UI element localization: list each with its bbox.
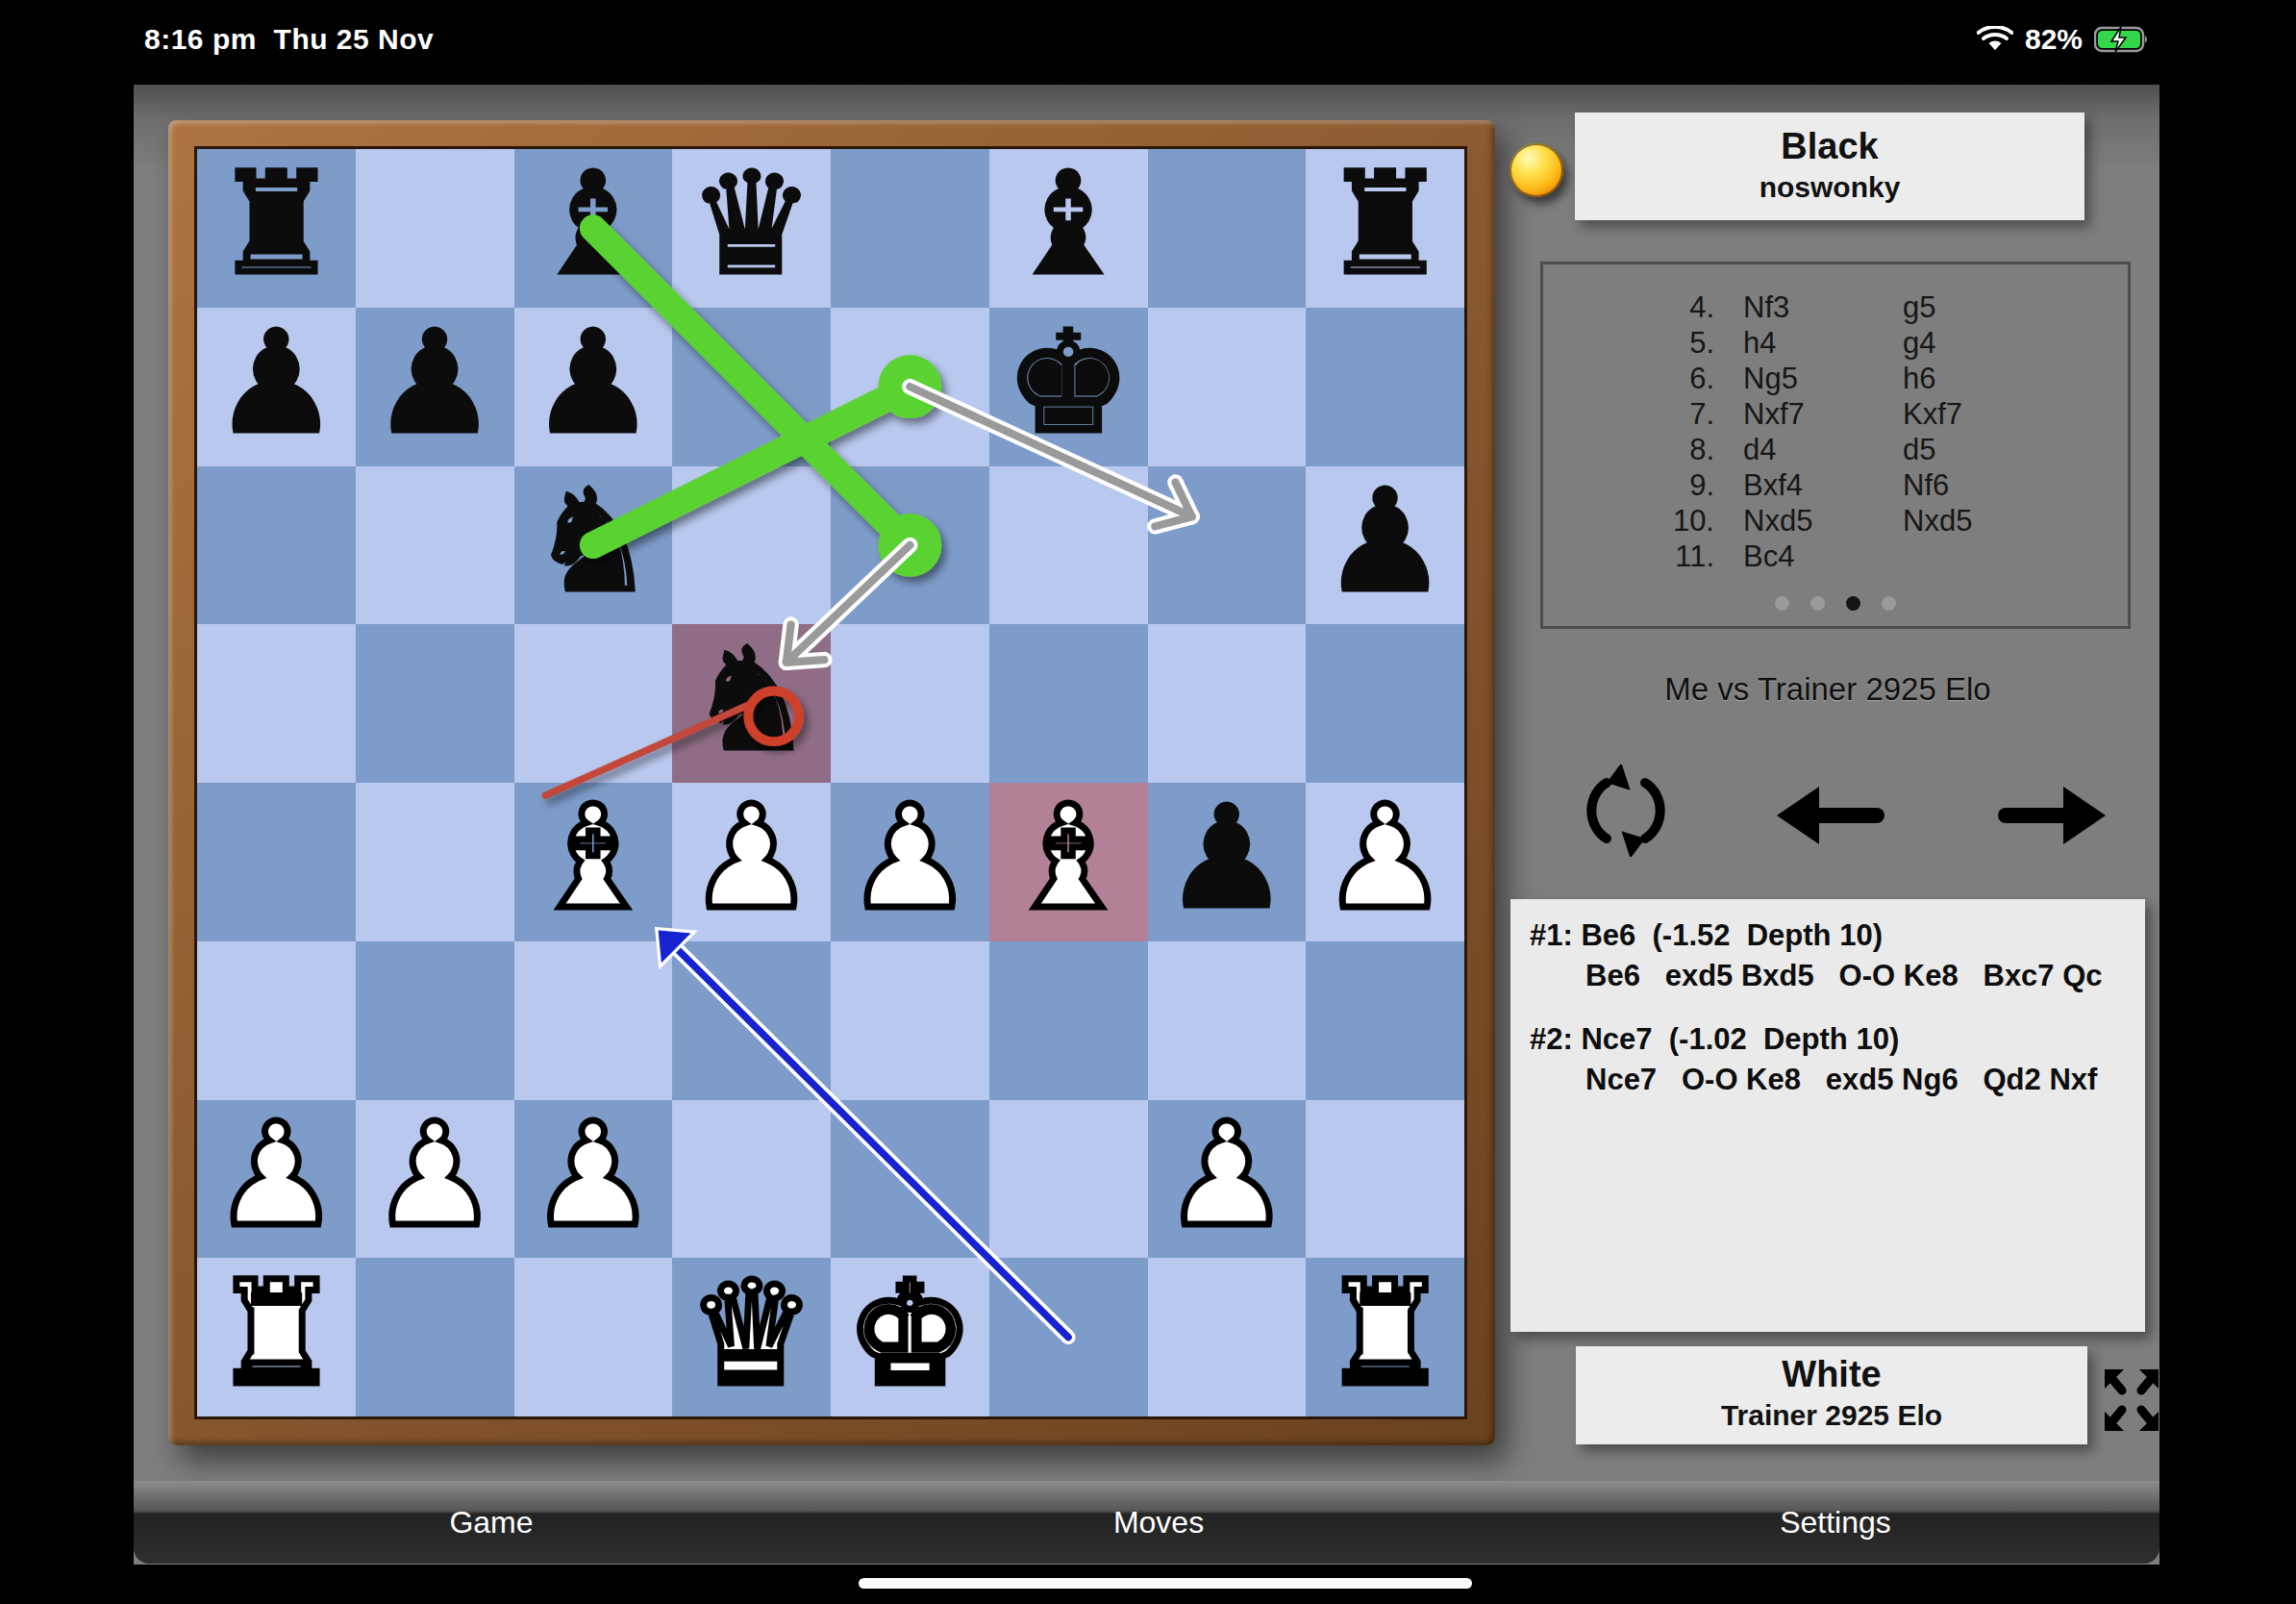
square-f4[interactable]: ♝ xyxy=(989,783,1148,941)
piece-black-n-d5[interactable]: ♞ xyxy=(687,629,815,771)
black-player-title: Black xyxy=(1575,126,2084,167)
piece-black-k-f7[interactable]: ♚ xyxy=(1005,312,1133,454)
square-b8[interactable] xyxy=(356,149,514,308)
move-cell[interactable]: 4. xyxy=(1543,289,1714,325)
square-g4[interactable]: ♟ xyxy=(1148,783,1307,941)
analysis-line-1-pv: Be6 exd5 Bxd5 O-O Ke8 Bxc7 Qc xyxy=(1585,959,2145,993)
move-cell[interactable]: Nf3 xyxy=(1714,289,1903,325)
square-e2[interactable] xyxy=(831,1100,989,1259)
square-g6[interactable] xyxy=(1148,466,1307,625)
move-cell[interactable]: h6 xyxy=(1903,361,2128,396)
move-cell[interactable]: 8. xyxy=(1543,432,1714,467)
piece-white-b-f4[interactable]: ♝ xyxy=(1005,787,1133,929)
analysis-line-1-eval: #1: Be6 (-1.52 Depth 10) xyxy=(1530,918,2145,953)
square-h1[interactable]: ♜ xyxy=(1306,1258,1464,1416)
move-list-rows: 4.Nf3g55.h4g46.Ng5h67.Nxf7Kxf78.d4d59.Bx… xyxy=(1543,289,2128,574)
move-cell[interactable]: Nxd5 xyxy=(1903,503,2128,539)
white-player-name: Trainer 2925 Elo xyxy=(1576,1399,2087,1432)
square-d5[interactable]: ♞ xyxy=(672,624,831,783)
white-player-title: White xyxy=(1576,1354,2087,1395)
piece-black-n-c6[interactable]: ♞ xyxy=(530,470,658,613)
piece-white-p-d4[interactable]: ♟ xyxy=(687,787,815,929)
piece-black-b-f8[interactable]: ♝ xyxy=(1005,153,1133,295)
piece-white-p-a2[interactable]: ♟ xyxy=(212,1104,340,1246)
piece-black-p-a7[interactable]: ♟ xyxy=(212,312,340,454)
move-cell[interactable]: d4 xyxy=(1714,432,1903,467)
move-cell[interactable]: Nxf7 xyxy=(1714,396,1903,432)
status-date: Thu 25 Nov xyxy=(274,23,435,55)
square-h3[interactable] xyxy=(1306,941,1464,1100)
square-e4[interactable]: ♟ xyxy=(831,783,989,941)
move-cell[interactable]: 6. xyxy=(1543,361,1714,396)
move-cell[interactable]: Kxf7 xyxy=(1903,396,2128,432)
page-dot-1[interactable] xyxy=(1775,596,1789,611)
square-b6[interactable] xyxy=(356,466,514,625)
game-label: Me vs Trainer 2925 Elo xyxy=(1510,671,2145,708)
piece-black-p-g4[interactable]: ♟ xyxy=(1163,787,1291,929)
analysis-line-2-pv: Nce7 O-O Ke8 exd5 Ng6 Qd2 Nxf xyxy=(1585,1063,2145,1097)
square-a3[interactable] xyxy=(197,941,356,1100)
move-cell[interactable]: Bc4 xyxy=(1714,539,1903,574)
turn-indicator-ball xyxy=(1510,143,1563,197)
battery-charging-icon xyxy=(2094,25,2152,54)
square-h2[interactable] xyxy=(1306,1100,1464,1259)
analysis-line-1: #1: Be6 (-1.52 Depth 10) Be6 exd5 Bxd5 O… xyxy=(1530,918,2145,993)
square-h8[interactable]: ♜ xyxy=(1306,149,1464,308)
move-cell[interactable] xyxy=(1903,539,2128,574)
toolbar-moves[interactable]: Moves xyxy=(1113,1505,1204,1541)
square-c5[interactable] xyxy=(514,624,673,783)
status-time: 8:16 pm xyxy=(144,23,257,55)
page-dots[interactable] xyxy=(1775,596,1896,611)
piece-white-r-a1[interactable]: ♜ xyxy=(212,1263,340,1405)
white-player-box: White Trainer 2925 Elo xyxy=(1576,1346,2087,1444)
clock-and-date: 8:16 pm Thu 25 Nov xyxy=(144,23,434,56)
square-g5[interactable] xyxy=(1148,624,1307,783)
move-cell[interactable]: g4 xyxy=(1903,325,2128,361)
square-a2[interactable]: ♟ xyxy=(197,1100,356,1259)
square-f6[interactable] xyxy=(989,466,1148,625)
battery-percent: 82% xyxy=(2025,23,2083,56)
piece-black-p-h6[interactable]: ♟ xyxy=(1321,470,1449,613)
piece-black-b-c8[interactable]: ♝ xyxy=(530,153,658,295)
move-cell[interactable]: 10. xyxy=(1543,503,1714,539)
page-dot-3[interactable] xyxy=(1846,596,1860,611)
move-cell[interactable]: Nxd5 xyxy=(1714,503,1903,539)
move-cell[interactable]: Bxf4 xyxy=(1714,467,1903,503)
square-a6[interactable] xyxy=(197,466,356,625)
analysis-line-2-eval: #2: Nce7 (-1.02 Depth 10) xyxy=(1530,1022,2145,1057)
status-bar: 8:16 pm Thu 25 Nov 82% xyxy=(0,0,2296,85)
bottom-toolbar: Game Moves Settings xyxy=(134,1481,2159,1564)
square-f1[interactable] xyxy=(989,1258,1148,1416)
square-b3[interactable] xyxy=(356,941,514,1100)
back-button[interactable] xyxy=(1775,781,1890,850)
piece-white-k-e1[interactable]: ♚ xyxy=(846,1263,974,1405)
board[interactable]: ♜♝♛♝♜♟♟♟♚♞♟♞♝♟♟♝♟♟♟♟♟♟♜♛♚♜ xyxy=(197,149,1464,1416)
piece-white-r-h1[interactable]: ♜ xyxy=(1321,1263,1449,1405)
piece-white-q-d1[interactable]: ♛ xyxy=(687,1263,815,1405)
move-cell[interactable]: g5 xyxy=(1903,289,2128,325)
square-d8[interactable]: ♛ xyxy=(672,149,831,308)
move-cell[interactable]: 9. xyxy=(1543,467,1714,503)
square-h7[interactable] xyxy=(1306,308,1464,466)
piece-black-p-c7[interactable]: ♟ xyxy=(530,312,658,454)
move-row: 4.Nf3g5 xyxy=(1543,289,2128,325)
piece-white-p-b2[interactable]: ♟ xyxy=(371,1104,499,1246)
black-player-box: Black noswonky xyxy=(1575,113,2084,220)
status-right-cluster: 82% xyxy=(1977,23,2152,56)
engine-analysis-box: #1: Be6 (-1.52 Depth 10) Be6 exd5 Bxd5 O… xyxy=(1510,899,2145,1332)
square-f7[interactable]: ♚ xyxy=(989,308,1148,466)
wifi-icon xyxy=(1977,26,2013,53)
square-g1[interactable] xyxy=(1148,1258,1307,1416)
move-cell[interactable]: 11. xyxy=(1543,539,1714,574)
move-cell[interactable]: 5. xyxy=(1543,325,1714,361)
page-dot-4[interactable] xyxy=(1882,596,1896,611)
move-list[interactable]: 4.Nf3g55.h4g46.Ng5h67.Nxf7Kxf78.d4d59.Bx… xyxy=(1540,262,2131,629)
square-g3[interactable] xyxy=(1148,941,1307,1100)
square-e1[interactable]: ♚ xyxy=(831,1258,989,1416)
black-player-name: noswonky xyxy=(1575,171,2084,204)
square-f2[interactable] xyxy=(989,1100,1148,1259)
move-cell[interactable]: d5 xyxy=(1903,432,2128,467)
piece-white-b-c4[interactable]: ♝ xyxy=(530,787,658,929)
square-h4[interactable]: ♟ xyxy=(1306,783,1464,941)
toolbar-settings[interactable]: Settings xyxy=(1780,1505,1891,1541)
move-row: 11.Bc4 xyxy=(1543,539,2128,574)
square-d7[interactable] xyxy=(672,308,831,466)
forward-button[interactable] xyxy=(1992,781,2108,850)
square-c4[interactable]: ♝ xyxy=(514,783,673,941)
move-cell[interactable]: h4 xyxy=(1714,325,1903,361)
square-h5[interactable] xyxy=(1306,624,1464,783)
piece-white-p-g2[interactable]: ♟ xyxy=(1163,1104,1291,1246)
square-d6[interactable] xyxy=(672,466,831,625)
square-c8[interactable]: ♝ xyxy=(514,149,673,308)
piece-black-r-h8[interactable]: ♜ xyxy=(1321,153,1449,295)
home-indicator[interactable] xyxy=(859,1578,1472,1589)
square-b4[interactable] xyxy=(356,783,514,941)
square-c2[interactable]: ♟ xyxy=(514,1100,673,1259)
square-d3[interactable] xyxy=(672,941,831,1100)
piece-white-p-e4[interactable]: ♟ xyxy=(846,787,974,929)
square-b5[interactable] xyxy=(356,624,514,783)
move-row: 6.Ng5h6 xyxy=(1543,361,2128,396)
square-e8[interactable] xyxy=(831,149,989,308)
square-a5[interactable] xyxy=(197,624,356,783)
analysis-line-2: #2: Nce7 (-1.02 Depth 10) Nce7 O-O Ke8 e… xyxy=(1530,1022,2145,1097)
move-row: 7.Nxf7Kxf7 xyxy=(1543,396,2128,432)
page-dot-2[interactable] xyxy=(1810,596,1825,611)
square-d1[interactable]: ♛ xyxy=(672,1258,831,1416)
move-row: 9.Bxf4Nf6 xyxy=(1543,467,2128,503)
square-h6[interactable]: ♟ xyxy=(1306,466,1464,625)
move-row: 8.d4d5 xyxy=(1543,432,2128,467)
square-g2[interactable]: ♟ xyxy=(1148,1100,1307,1259)
square-a7[interactable]: ♟ xyxy=(197,308,356,466)
flip-restart-button[interactable] xyxy=(1585,764,1667,857)
square-f3[interactable] xyxy=(989,941,1148,1100)
square-c7[interactable]: ♟ xyxy=(514,308,673,466)
move-cell[interactable]: Ng5 xyxy=(1714,361,1903,396)
square-c1[interactable] xyxy=(514,1258,673,1416)
square-f8[interactable]: ♝ xyxy=(989,149,1148,308)
move-row: 10.Nxd5Nxd5 xyxy=(1543,503,2128,539)
square-a8[interactable]: ♜ xyxy=(197,149,356,308)
move-cell[interactable]: Nf6 xyxy=(1903,467,2128,503)
square-g8[interactable] xyxy=(1148,149,1307,308)
square-d4[interactable]: ♟ xyxy=(672,783,831,941)
square-e3[interactable] xyxy=(831,941,989,1100)
piece-black-q-d8[interactable]: ♛ xyxy=(687,153,815,295)
square-d2[interactable] xyxy=(672,1100,831,1259)
square-e6[interactable] xyxy=(831,466,989,625)
piece-black-r-a8[interactable]: ♜ xyxy=(212,153,340,295)
square-e5[interactable] xyxy=(831,624,989,783)
piece-black-p-b7[interactable]: ♟ xyxy=(371,312,499,454)
square-e7[interactable] xyxy=(831,308,989,466)
square-b1[interactable] xyxy=(356,1258,514,1416)
square-b2[interactable]: ♟ xyxy=(356,1100,514,1259)
square-g7[interactable] xyxy=(1148,308,1307,466)
toolbar-game[interactable]: Game xyxy=(449,1505,533,1541)
square-b7[interactable]: ♟ xyxy=(356,308,514,466)
piece-white-p-h4[interactable]: ♟ xyxy=(1321,787,1449,929)
board-frame: ♜♝♛♝♜♟♟♟♚♞♟♞♝♟♟♝♟♟♟♟♟♟♜♛♚♜ xyxy=(168,120,1495,1445)
square-f5[interactable] xyxy=(989,624,1148,783)
square-a4[interactable] xyxy=(197,783,356,941)
move-row: 5.h4g4 xyxy=(1543,325,2128,361)
square-a1[interactable]: ♜ xyxy=(197,1258,356,1416)
square-c3[interactable] xyxy=(514,941,673,1100)
fullscreen-expand-icon[interactable] xyxy=(2101,1366,2162,1435)
move-cell[interactable]: 7. xyxy=(1543,396,1714,432)
square-c6[interactable]: ♞ xyxy=(514,466,673,625)
piece-white-p-c2[interactable]: ♟ xyxy=(530,1104,658,1246)
